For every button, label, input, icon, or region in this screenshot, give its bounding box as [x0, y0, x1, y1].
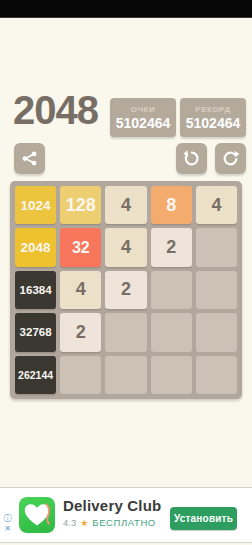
empty-cell [196, 313, 237, 351]
best-label: РЕКОРД [195, 105, 230, 115]
score-label: ОЧКИ [131, 105, 155, 115]
share-icon [20, 149, 39, 168]
best-score-box: РЕКОРД 5102464 [180, 98, 246, 137]
tile-2: 2 [151, 228, 192, 266]
ad-banner[interactable]: ⓘ ✕ Delivery Club 4.3 ★ БЕСПЛАТНО Устано… [0, 487, 252, 543]
page-title: 2048 [13, 88, 98, 132]
status-bar [0, 0, 252, 18]
app-screen: 2048 ОЧКИ 5102464 РЕКОРД 5102464 [0, 0, 252, 545]
star-icon: ★ [80, 518, 88, 528]
restart-icon [221, 149, 240, 168]
tile-32768: 32768 [15, 313, 56, 351]
empty-cell [151, 313, 192, 351]
tile-1024: 1024 [15, 186, 56, 224]
empty-cell [151, 271, 192, 309]
tile-32: 32 [60, 228, 101, 266]
tile-2048: 2048 [15, 228, 56, 266]
ad-info-icon[interactable]: ⓘ [2, 514, 13, 524]
empty-cell [196, 356, 237, 394]
empty-cell [105, 356, 146, 394]
tile-4: 4 [105, 186, 146, 224]
undo-button[interactable] [176, 143, 207, 174]
ad-app-name[interactable]: Delivery Club [63, 497, 161, 514]
empty-cell [151, 356, 192, 394]
tile-262144: 262144 [15, 356, 56, 394]
empty-cell [60, 356, 101, 394]
best-value: 5102464 [186, 115, 241, 131]
tile-4: 4 [196, 186, 237, 224]
tile-128: 128 [60, 186, 101, 224]
ad-rating: 4.3 [63, 517, 76, 528]
empty-cell [105, 313, 146, 351]
ad-subtitle: 4.3 ★ БЕСПЛАТНО [63, 517, 156, 528]
score-box: ОЧКИ 5102464 [110, 98, 176, 137]
score-value: 5102464 [116, 115, 171, 131]
heart-icon [19, 497, 55, 533]
undo-icon [182, 149, 201, 168]
restart-button[interactable] [215, 143, 246, 174]
empty-cell [196, 271, 237, 309]
board[interactable]: 1024128484204832421638442327682262144 [10, 181, 242, 399]
tile-2: 2 [60, 313, 101, 351]
ad-install-button[interactable]: Установить [170, 507, 237, 530]
tile-4: 4 [60, 271, 101, 309]
ad-price-label: БЕСПЛАТНО [92, 517, 156, 528]
empty-cell [196, 228, 237, 266]
tile-16384: 16384 [15, 271, 56, 309]
share-button[interactable] [14, 143, 45, 174]
tile-8: 8 [151, 186, 192, 224]
tile-2: 2 [105, 271, 146, 309]
tile-4: 4 [105, 228, 146, 266]
ad-close-icon[interactable]: ✕ [2, 524, 13, 534]
ad-app-icon[interactable] [19, 497, 55, 533]
